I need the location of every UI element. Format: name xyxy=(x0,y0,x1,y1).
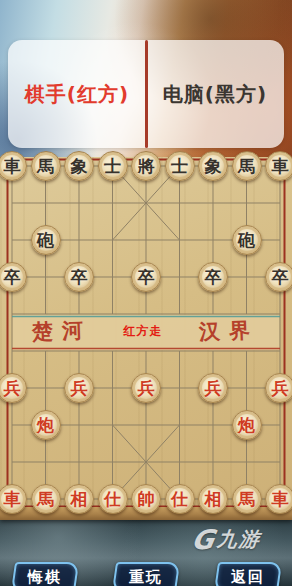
piece-red-advisor[interactable]: 仕 xyxy=(98,484,128,514)
piece-black-cannon[interactable]: 砲 xyxy=(31,225,61,255)
river-label-chu-he: 楚河 xyxy=(24,314,99,349)
piece-red-horse[interactable]: 馬 xyxy=(232,484,262,514)
piece-black-soldier[interactable]: 卒 xyxy=(131,262,161,292)
river-label-han-jie: 汉界 xyxy=(191,314,266,349)
xiangqi-app-screen: 棋手(红方) 电脑(黑方) 楚河 汉界 红方走 車馬象士將士象馬車砲砲卒卒卒卒卒… xyxy=(0,0,292,586)
piece-red-soldier[interactable]: 兵 xyxy=(198,373,228,403)
piece-red-soldier[interactable]: 兵 xyxy=(64,373,94,403)
piece-red-elephant[interactable]: 相 xyxy=(64,484,94,514)
header-divider xyxy=(145,40,148,148)
back-button[interactable]: 返回 xyxy=(214,562,282,586)
piece-red-elephant[interactable]: 相 xyxy=(198,484,228,514)
xiangqi-board[interactable]: 楚河 汉界 红方走 車馬象士將士象馬車砲砲卒卒卒卒卒兵兵兵兵兵炮炮車馬相仕帥仕相… xyxy=(0,157,292,520)
turn-indicator: 红方走 xyxy=(111,322,175,340)
piece-red-general[interactable]: 帥 xyxy=(131,484,161,514)
undo-move-button[interactable]: 悔棋 xyxy=(11,562,79,586)
bottom-button-bar: 悔棋 重玩 返回 xyxy=(0,562,292,586)
piece-red-cannon[interactable]: 炮 xyxy=(232,410,262,440)
piece-black-soldier[interactable]: 卒 xyxy=(265,262,292,292)
piece-black-elephant[interactable]: 象 xyxy=(64,151,94,181)
red-player-label: 棋手(红方) xyxy=(8,81,146,108)
restart-game-label: 重玩 xyxy=(129,568,163,586)
jiuyou-watermark: G 九游 xyxy=(192,524,261,555)
piece-black-advisor[interactable]: 士 xyxy=(98,151,128,181)
piece-black-cannon[interactable]: 砲 xyxy=(232,225,262,255)
jiuyou-logo-text: 九游 xyxy=(216,526,263,553)
piece-red-soldier[interactable]: 兵 xyxy=(265,373,292,403)
black-player-label: 电脑(黑方) xyxy=(146,81,284,108)
jiuyou-logo-icon: G xyxy=(189,524,217,555)
piece-red-advisor[interactable]: 仕 xyxy=(165,484,195,514)
piece-black-advisor[interactable]: 士 xyxy=(165,151,195,181)
piece-red-horse[interactable]: 馬 xyxy=(31,484,61,514)
back-label: 返回 xyxy=(231,568,265,586)
piece-red-cannon[interactable]: 炮 xyxy=(31,410,61,440)
piece-black-soldier[interactable]: 卒 xyxy=(64,262,94,292)
piece-black-soldier[interactable]: 卒 xyxy=(198,262,228,292)
piece-red-chariot[interactable]: 車 xyxy=(265,484,292,514)
piece-black-elephant[interactable]: 象 xyxy=(198,151,228,181)
undo-move-label: 悔棋 xyxy=(28,568,62,586)
piece-black-general[interactable]: 將 xyxy=(131,151,161,181)
piece-black-chariot[interactable]: 車 xyxy=(265,151,292,181)
piece-red-soldier[interactable]: 兵 xyxy=(131,373,161,403)
piece-black-horse[interactable]: 馬 xyxy=(232,151,262,181)
piece-black-horse[interactable]: 馬 xyxy=(31,151,61,181)
players-header-panel: 棋手(红方) 电脑(黑方) xyxy=(8,40,284,148)
restart-game-button[interactable]: 重玩 xyxy=(112,562,180,586)
